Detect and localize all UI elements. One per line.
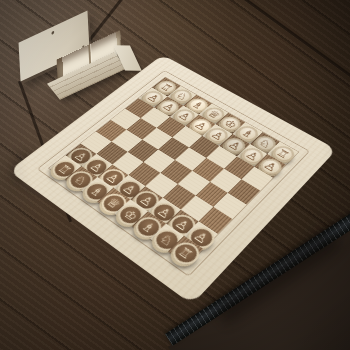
- piece-glyph: ♖: [176, 244, 196, 261]
- scene-glass-table: ♖♘♗♕♔♗♘♖♙♙♙♙♙♙♙♙♙♙♙♙♙♙♙♙♖♘♗♕♔♗♘♖: [0, 0, 350, 350]
